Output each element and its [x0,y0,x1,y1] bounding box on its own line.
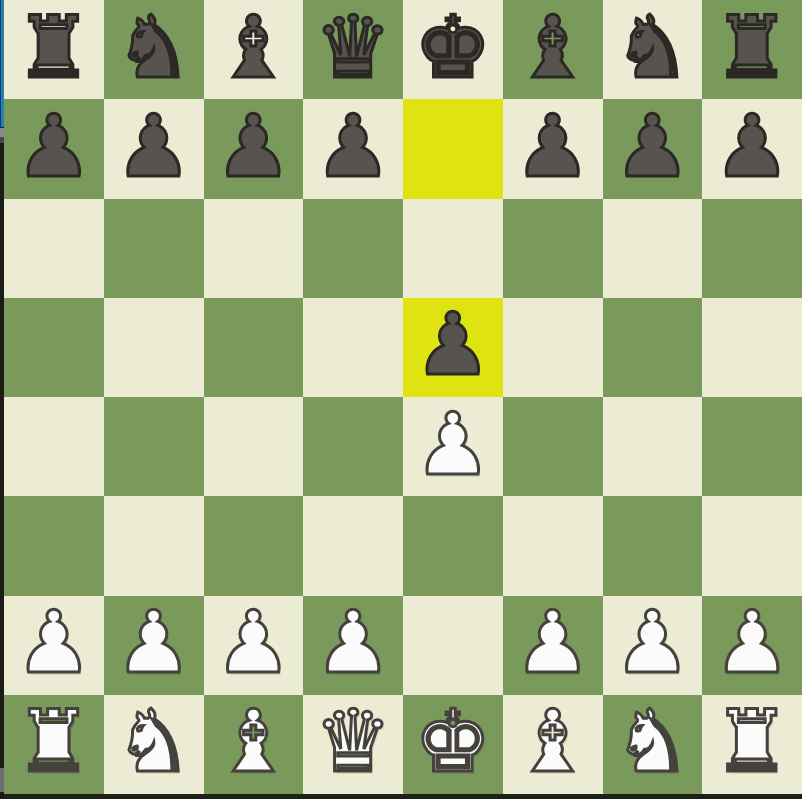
square-b3[interactable] [104,496,204,595]
square-c2[interactable]: ♟ [204,596,304,695]
piece-white-knight[interactable]: ♞ [614,698,691,784]
square-e4[interactable]: ♟ [403,397,503,496]
left-strip-notch-top [0,128,4,137]
square-b6[interactable] [104,199,204,298]
square-e6[interactable] [403,199,503,298]
square-a7[interactable]: ♟ [4,99,104,198]
square-g2[interactable]: ♟ [603,596,703,695]
square-f6[interactable] [503,199,603,298]
square-e7[interactable] [403,99,503,198]
square-b2[interactable]: ♟ [104,596,204,695]
piece-white-pawn[interactable]: ♟ [514,599,591,685]
square-e1[interactable]: ♚ [403,695,503,794]
piece-black-bishop[interactable]: ♝ [514,4,591,90]
piece-black-knight[interactable]: ♞ [614,4,691,90]
square-c3[interactable] [204,496,304,595]
square-d5[interactable] [303,298,403,397]
piece-white-rook[interactable]: ♜ [15,698,92,784]
left-strip-notch-top-shadow [0,137,4,143]
square-a3[interactable] [4,496,104,595]
piece-white-pawn[interactable]: ♟ [414,401,491,487]
square-f5[interactable] [503,298,603,397]
square-g5[interactable] [603,298,703,397]
square-h4[interactable] [702,397,802,496]
square-g7[interactable]: ♟ [603,99,703,198]
square-g6[interactable] [603,199,703,298]
left-strip-notch-bottom [0,768,4,792]
square-d6[interactable] [303,199,403,298]
square-b4[interactable] [104,397,204,496]
piece-black-king[interactable]: ♚ [414,4,491,90]
square-e5[interactable]: ♟ [403,298,503,397]
square-g8[interactable]: ♞ [603,0,703,99]
square-h3[interactable] [702,496,802,595]
square-c1[interactable]: ♝ [204,695,304,794]
square-c6[interactable] [204,199,304,298]
square-d3[interactable] [303,496,403,595]
piece-black-pawn[interactable]: ♟ [414,301,491,387]
piece-black-rook[interactable]: ♜ [714,4,791,90]
square-e2[interactable] [403,596,503,695]
piece-white-rook[interactable]: ♜ [714,698,791,784]
piece-black-pawn[interactable]: ♟ [614,103,691,189]
square-c5[interactable] [204,298,304,397]
square-f1[interactable]: ♝ [503,695,603,794]
square-h1[interactable]: ♜ [702,695,802,794]
chess-app-viewport: ♜♞♝♛♚♝♞♜♟♟♟♟♟♟♟♟♟♟♟♟♟♟♟♟♜♞♝♛♚♝♞♜ [0,0,802,799]
piece-white-bishop[interactable]: ♝ [215,698,292,784]
piece-black-pawn[interactable]: ♟ [514,103,591,189]
piece-white-knight[interactable]: ♞ [115,698,192,784]
piece-white-pawn[interactable]: ♟ [315,599,392,685]
square-a1[interactable]: ♜ [4,695,104,794]
piece-white-pawn[interactable]: ♟ [15,599,92,685]
square-h2[interactable]: ♟ [702,596,802,695]
square-g3[interactable] [603,496,703,595]
square-b5[interactable] [104,298,204,397]
square-f2[interactable]: ♟ [503,596,603,695]
square-c8[interactable]: ♝ [204,0,304,99]
square-h6[interactable] [702,199,802,298]
left-edge-strip [0,0,4,799]
piece-white-pawn[interactable]: ♟ [714,599,791,685]
square-c4[interactable] [204,397,304,496]
left-strip-blue-segment [0,0,4,127]
square-g4[interactable] [603,397,703,496]
square-f8[interactable]: ♝ [503,0,603,99]
square-f7[interactable]: ♟ [503,99,603,198]
piece-white-king[interactable]: ♚ [414,698,491,784]
square-e3[interactable] [403,496,503,595]
square-d7[interactable]: ♟ [303,99,403,198]
square-a8[interactable]: ♜ [4,0,104,99]
square-a5[interactable] [4,298,104,397]
piece-black-bishop[interactable]: ♝ [215,4,292,90]
square-f4[interactable] [503,397,603,496]
piece-black-pawn[interactable]: ♟ [714,103,791,189]
square-e8[interactable]: ♚ [403,0,503,99]
piece-white-pawn[interactable]: ♟ [115,599,192,685]
piece-white-pawn[interactable]: ♟ [215,599,292,685]
square-d1[interactable]: ♛ [303,695,403,794]
chess-board[interactable]: ♜♞♝♛♚♝♞♜♟♟♟♟♟♟♟♟♟♟♟♟♟♟♟♟♜♞♝♛♚♝♞♜ [4,0,802,794]
square-g1[interactable]: ♞ [603,695,703,794]
square-a2[interactable]: ♟ [4,596,104,695]
piece-black-knight[interactable]: ♞ [115,4,192,90]
piece-black-pawn[interactable]: ♟ [15,103,92,189]
square-a4[interactable] [4,397,104,496]
square-d2[interactable]: ♟ [303,596,403,695]
piece-black-pawn[interactable]: ♟ [115,103,192,189]
square-h8[interactable]: ♜ [702,0,802,99]
bottom-edge-strip [0,794,802,799]
square-h5[interactable] [702,298,802,397]
piece-white-pawn[interactable]: ♟ [614,599,691,685]
square-a6[interactable] [4,199,104,298]
square-b8[interactable]: ♞ [104,0,204,99]
piece-black-pawn[interactable]: ♟ [215,103,292,189]
piece-white-bishop[interactable]: ♝ [514,698,591,784]
square-f3[interactable] [503,496,603,595]
square-d8[interactable]: ♛ [303,0,403,99]
piece-black-rook[interactable]: ♜ [15,4,92,90]
piece-black-pawn[interactable]: ♟ [315,103,392,189]
piece-black-queen[interactable]: ♛ [315,4,392,90]
square-d4[interactable] [303,397,403,496]
square-c7[interactable]: ♟ [204,99,304,198]
square-b7[interactable]: ♟ [104,99,204,198]
piece-white-queen[interactable]: ♛ [315,698,392,784]
square-h7[interactable]: ♟ [702,99,802,198]
square-b1[interactable]: ♞ [104,695,204,794]
